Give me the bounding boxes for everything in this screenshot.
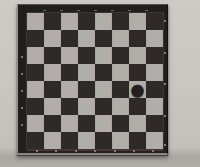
square-c4[interactable] <box>61 81 78 98</box>
square-f5[interactable] <box>112 64 129 81</box>
frame-screw-dot <box>114 150 116 152</box>
frame-screw-dot <box>21 124 23 126</box>
board-frame: ● <box>17 4 168 155</box>
square-f1[interactable] <box>112 132 129 149</box>
black-piece[interactable]: ● <box>131 81 145 98</box>
square-b3[interactable] <box>44 98 61 115</box>
frame-screw-dot <box>94 150 96 152</box>
square-h8[interactable] <box>146 13 163 30</box>
square-b7[interactable] <box>44 30 61 47</box>
frame-screw-dot <box>164 115 166 117</box>
square-d4[interactable] <box>78 81 95 98</box>
square-c2[interactable] <box>61 115 78 132</box>
frame-screw-dot <box>36 150 38 152</box>
square-e3[interactable] <box>95 98 112 115</box>
square-a7[interactable] <box>27 30 44 47</box>
square-d6[interactable] <box>78 47 95 64</box>
square-c1[interactable] <box>61 132 78 149</box>
square-b4[interactable] <box>44 81 61 98</box>
frame-fringe-tick <box>128 10 131 11</box>
square-f8[interactable] <box>112 13 129 30</box>
square-a6[interactable] <box>27 47 44 64</box>
frame-fringe-tick <box>60 10 63 11</box>
frame-screw-dot <box>164 144 166 146</box>
square-a4[interactable] <box>27 81 44 98</box>
frame-screw-dot <box>21 56 23 58</box>
square-d1[interactable] <box>78 132 95 149</box>
square-h5[interactable] <box>146 64 163 81</box>
frame-screw-dot <box>133 150 135 152</box>
square-g8[interactable] <box>129 13 146 30</box>
square-f7[interactable] <box>112 30 129 47</box>
frame-fringe-tick <box>43 10 46 11</box>
square-g3[interactable] <box>129 98 146 115</box>
square-a3[interactable] <box>27 98 44 115</box>
frame-screw-dot <box>21 107 23 109</box>
frame-screw-dot <box>55 150 57 152</box>
square-d2[interactable] <box>78 115 95 132</box>
square-d5[interactable] <box>78 64 95 81</box>
square-d8[interactable] <box>78 13 95 30</box>
frame-screw-dot <box>21 90 23 92</box>
square-g6[interactable] <box>129 47 146 64</box>
square-c5[interactable] <box>61 64 78 81</box>
square-d7[interactable] <box>78 30 95 47</box>
square-a5[interactable] <box>27 64 44 81</box>
square-d3[interactable] <box>78 98 95 115</box>
square-g1[interactable] <box>129 132 146 149</box>
square-g2[interactable] <box>129 115 146 132</box>
square-h6[interactable] <box>146 47 163 64</box>
square-h3[interactable] <box>146 98 163 115</box>
square-e1[interactable] <box>95 132 112 149</box>
square-g4[interactable]: ● <box>129 81 146 98</box>
frame-fringe-tick <box>77 10 80 11</box>
square-a2[interactable] <box>27 115 44 132</box>
square-a8[interactable] <box>27 13 44 30</box>
square-e5[interactable] <box>95 64 112 81</box>
square-c6[interactable] <box>61 47 78 64</box>
square-h2[interactable] <box>146 115 163 132</box>
frame-screw-dot <box>75 150 77 152</box>
frame-screw-dot <box>164 83 166 85</box>
square-b1[interactable] <box>44 132 61 149</box>
square-b5[interactable] <box>44 64 61 81</box>
square-e8[interactable] <box>95 13 112 30</box>
square-b2[interactable] <box>44 115 61 132</box>
square-f2[interactable] <box>112 115 129 132</box>
square-a1[interactable] <box>27 132 44 149</box>
square-f4[interactable] <box>112 81 129 98</box>
square-b6[interactable] <box>44 47 61 64</box>
square-h1[interactable] <box>146 132 163 149</box>
frame-screw-dot <box>152 150 154 152</box>
square-e4[interactable] <box>95 81 112 98</box>
frame-fringe-tick <box>145 10 148 11</box>
square-e6[interactable] <box>95 47 112 64</box>
square-c7[interactable] <box>61 30 78 47</box>
square-c8[interactable] <box>61 13 78 30</box>
chessboard: ● <box>27 13 163 149</box>
frame-screw-dot <box>21 73 23 75</box>
square-f3[interactable] <box>112 98 129 115</box>
square-b8[interactable] <box>44 13 61 30</box>
square-g5[interactable] <box>129 64 146 81</box>
frame-fringe-tick <box>94 10 97 11</box>
square-e7[interactable] <box>95 30 112 47</box>
frame-screw-dot <box>164 20 166 22</box>
square-h7[interactable] <box>146 30 163 47</box>
square-f6[interactable] <box>112 47 129 64</box>
frame-screw-dot <box>164 52 166 54</box>
square-c3[interactable] <box>61 98 78 115</box>
square-h4[interactable] <box>146 81 163 98</box>
square-g7[interactable] <box>129 30 146 47</box>
frame-fringe-tick <box>111 10 114 11</box>
photo-background: ● <box>0 0 200 167</box>
square-e2[interactable] <box>95 115 112 132</box>
